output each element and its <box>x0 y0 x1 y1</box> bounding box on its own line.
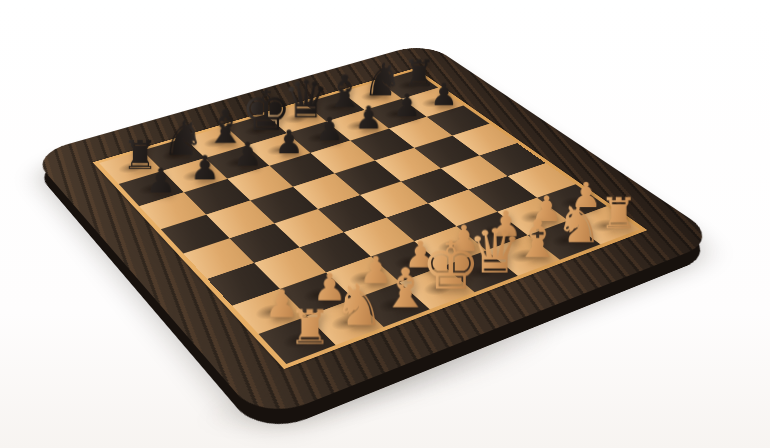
chess-board: ♜♞♝♚♛♝♞♜♟♟♟♟♟♟♟♟♟♟♟♟♟♟♟♟♜♞♝♚♛♝♞♜ <box>30 42 720 422</box>
product-photo: ♜♞♝♚♛♝♞♜♟♟♟♟♟♟♟♟♟♟♟♟♟♟♟♟♜♞♝♚♛♝♞♜ <box>0 0 770 448</box>
scene: ♜♞♝♚♛♝♞♜♟♟♟♟♟♟♟♟♟♟♟♟♟♟♟♟♜♞♝♚♛♝♞♜ <box>0 0 770 448</box>
square-a1: ♜ <box>259 316 336 364</box>
playing-field: ♜♞♝♚♛♝♞♜♟♟♟♟♟♟♟♟♟♟♟♟♟♟♟♟♜♞♝♚♛♝♞♜ <box>99 71 640 364</box>
square-a7: ♟ <box>119 171 184 206</box>
square-a6 <box>139 192 206 229</box>
square-c5 <box>250 187 318 224</box>
black-pawn: ♟ <box>115 164 205 198</box>
playing-field-border: ♜♞♝♚♛♝♞♜♟♟♟♟♟♟♟♟♟♟♟♟♟♟♟♟♜♞♝♚♛♝♞♜ <box>93 68 648 369</box>
white-rook: ♜ <box>257 305 362 353</box>
board-frame: ♜♞♝♚♛♝♞♜♟♟♟♟♟♟♟♟♟♟♟♟♟♟♟♟♜♞♝♚♛♝♞♜ <box>30 42 720 422</box>
